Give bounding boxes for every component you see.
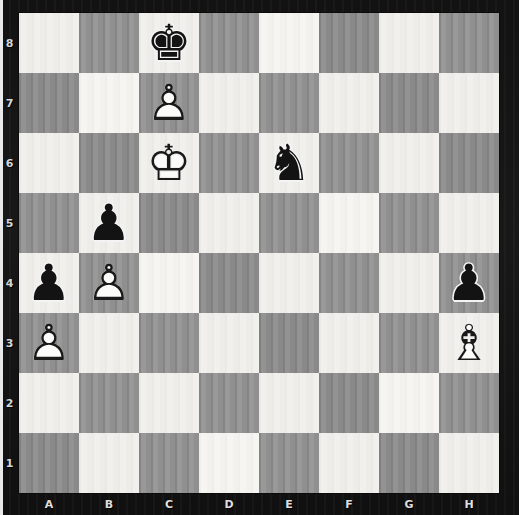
square-f2[interactable]	[319, 373, 379, 433]
square-d4[interactable]	[199, 253, 259, 313]
rank-labels: 87654321	[0, 13, 19, 493]
square-g7[interactable]	[379, 73, 439, 133]
square-e3[interactable]	[259, 313, 319, 373]
square-a6[interactable]	[19, 133, 79, 193]
square-b2[interactable]	[79, 373, 139, 433]
square-d8[interactable]	[199, 13, 259, 73]
rank-label-2: 2	[0, 373, 19, 433]
file-label-b: B	[79, 493, 139, 515]
square-h2[interactable]	[439, 373, 499, 433]
black-pawn-icon[interactable]: ♟	[79, 193, 139, 253]
square-g3[interactable]	[379, 313, 439, 373]
square-e5[interactable]	[259, 193, 319, 253]
square-f3[interactable]	[319, 313, 379, 373]
square-h8[interactable]	[439, 13, 499, 73]
square-c7[interactable]: ♟♙	[139, 73, 199, 133]
square-g6[interactable]	[379, 133, 439, 193]
file-label-e: E	[259, 493, 319, 515]
square-e4[interactable]	[259, 253, 319, 313]
chessboard: ♚♟♙♚♔♞♟♟♟♙♟♟♙♝♗	[19, 13, 499, 493]
square-c6[interactable]: ♚♔	[139, 133, 199, 193]
square-f6[interactable]	[319, 133, 379, 193]
file-label-g: G	[379, 493, 439, 515]
square-a7[interactable]	[19, 73, 79, 133]
square-d7[interactable]	[199, 73, 259, 133]
rank-label-6: 6	[0, 133, 19, 193]
square-g8[interactable]	[379, 13, 439, 73]
black-pawn-icon[interactable]: ♟	[439, 253, 499, 313]
square-b5[interactable]: ♟	[79, 193, 139, 253]
rank-label-7: 7	[0, 73, 19, 133]
square-d1[interactable]	[199, 433, 259, 493]
file-label-f: F	[319, 493, 379, 515]
rank-label-8: 8	[0, 13, 19, 73]
square-e8[interactable]	[259, 13, 319, 73]
square-b7[interactable]	[79, 73, 139, 133]
rank-label-4: 4	[0, 253, 19, 313]
square-d5[interactable]	[199, 193, 259, 253]
file-label-h: H	[439, 493, 499, 515]
square-h4[interactable]: ♟	[439, 253, 499, 313]
square-d6[interactable]	[199, 133, 259, 193]
square-f8[interactable]	[319, 13, 379, 73]
square-d2[interactable]	[199, 373, 259, 433]
square-h6[interactable]	[439, 133, 499, 193]
square-g2[interactable]	[379, 373, 439, 433]
black-king-icon[interactable]: ♚	[139, 13, 199, 73]
square-e7[interactable]	[259, 73, 319, 133]
file-label-d: D	[199, 493, 259, 515]
square-f5[interactable]	[319, 193, 379, 253]
square-b1[interactable]	[79, 433, 139, 493]
square-h1[interactable]	[439, 433, 499, 493]
rank-label-3: 3	[0, 313, 19, 373]
black-knight-icon[interactable]: ♞	[259, 133, 319, 193]
square-c4[interactable]	[139, 253, 199, 313]
white-king-icon[interactable]: ♔	[139, 133, 199, 193]
square-h3[interactable]: ♝♗	[439, 313, 499, 373]
square-d3[interactable]	[199, 313, 259, 373]
rank-label-5: 5	[0, 193, 19, 253]
square-f7[interactable]	[319, 73, 379, 133]
square-b6[interactable]	[79, 133, 139, 193]
square-e6[interactable]: ♞	[259, 133, 319, 193]
square-h7[interactable]	[439, 73, 499, 133]
square-a1[interactable]	[19, 433, 79, 493]
rank-label-1: 1	[0, 433, 19, 493]
square-c2[interactable]	[139, 373, 199, 433]
square-a3[interactable]: ♟♙	[19, 313, 79, 373]
square-g4[interactable]	[379, 253, 439, 313]
square-h5[interactable]	[439, 193, 499, 253]
square-b8[interactable]	[79, 13, 139, 73]
white-bishop-icon[interactable]: ♗	[439, 313, 499, 373]
square-b4[interactable]: ♟♙	[79, 253, 139, 313]
square-e1[interactable]	[259, 433, 319, 493]
white-pawn-icon[interactable]: ♙	[79, 253, 139, 313]
white-pawn-icon[interactable]: ♙	[139, 73, 199, 133]
square-g1[interactable]	[379, 433, 439, 493]
square-c8[interactable]: ♚	[139, 13, 199, 73]
file-labels: ABCDEFGH	[19, 493, 499, 515]
square-e2[interactable]	[259, 373, 319, 433]
square-c1[interactable]	[139, 433, 199, 493]
square-f1[interactable]	[319, 433, 379, 493]
square-a2[interactable]	[19, 373, 79, 433]
square-g5[interactable]	[379, 193, 439, 253]
square-b3[interactable]	[79, 313, 139, 373]
square-f4[interactable]	[319, 253, 379, 313]
file-label-c: C	[139, 493, 199, 515]
square-c3[interactable]	[139, 313, 199, 373]
square-a4[interactable]: ♟	[19, 253, 79, 313]
square-a5[interactable]	[19, 193, 79, 253]
chess-diagram: 87654321 ♚♟♙♚♔♞♟♟♟♙♟♟♙♝♗ ABCDEFGH	[0, 0, 519, 515]
square-a8[interactable]	[19, 13, 79, 73]
white-pawn-icon[interactable]: ♙	[19, 313, 79, 373]
file-label-a: A	[19, 493, 79, 515]
square-c5[interactable]	[139, 193, 199, 253]
black-pawn-icon[interactable]: ♟	[19, 253, 79, 313]
